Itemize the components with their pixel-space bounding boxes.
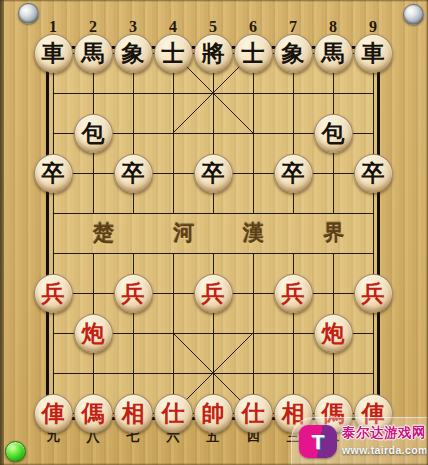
piece-炮-red[interactable]: 炮: [74, 314, 113, 353]
piece-仕-red[interactable]: 仕: [154, 394, 193, 433]
piece-glyph: 馬: [322, 41, 345, 65]
watermark-site-name: 泰尔达游戏网: [342, 424, 426, 442]
frame-edge-top: [0, 0, 428, 2]
piece-glyph: 炮: [322, 321, 345, 345]
piece-兵-red[interactable]: 兵: [194, 274, 233, 313]
piece-glyph: 包: [322, 121, 345, 145]
piece-兵-red[interactable]: 兵: [114, 274, 153, 313]
piece-glyph: 士: [242, 41, 265, 65]
piece-包-black[interactable]: 包: [314, 114, 353, 153]
piece-glyph: 馬: [82, 41, 105, 65]
tairda-logo-icon: T: [299, 425, 337, 458]
piece-glyph: 包: [82, 121, 105, 145]
piece-glyph: 車: [42, 41, 65, 65]
xiangqi-app-window: 楚 河 漢 界 123456789 九八七六五四三二一 車馬象士將士象馬車包包卒…: [0, 0, 428, 465]
piece-glyph: 仕: [242, 401, 265, 425]
frame-edge-left: [0, 0, 4, 465]
piece-馬-black[interactable]: 馬: [74, 34, 113, 73]
piece-卒-black[interactable]: 卒: [274, 154, 313, 193]
piece-glyph: 車: [362, 41, 385, 65]
piece-卒-black[interactable]: 卒: [114, 154, 153, 193]
piece-炮-red[interactable]: 炮: [314, 314, 353, 353]
piece-glyph: 炮: [82, 321, 105, 345]
piece-將-black[interactable]: 將: [194, 34, 233, 73]
piece-士-black[interactable]: 士: [234, 34, 273, 73]
piece-馬-black[interactable]: 馬: [314, 34, 353, 73]
piece-帥-red[interactable]: 帥: [194, 394, 233, 433]
piece-glyph: 兵: [122, 281, 145, 305]
piece-glyph: 兵: [362, 281, 385, 305]
piece-glyph: 傌: [82, 401, 105, 425]
piece-相-red[interactable]: 相: [114, 394, 153, 433]
piece-仕-red[interactable]: 仕: [234, 394, 273, 433]
piece-車-black[interactable]: 車: [354, 34, 393, 73]
board: 車馬象士將士象馬車包包卒卒卒卒卒兵兵兵兵兵炮炮俥傌相仕帥仕相傌俥: [33, 33, 393, 433]
piece-glyph: 兵: [282, 281, 305, 305]
watermark-url: www.tairda.com: [342, 444, 428, 456]
piece-glyph: 象: [282, 41, 305, 65]
piece-兵-red[interactable]: 兵: [274, 274, 313, 313]
piece-傌-red[interactable]: 傌: [74, 394, 113, 433]
piece-glyph: 士: [162, 41, 185, 65]
screw-icon-top-right: [403, 4, 424, 25]
piece-glyph: 卒: [42, 161, 65, 185]
piece-卒-black[interactable]: 卒: [194, 154, 233, 193]
piece-glyph: 卒: [202, 161, 225, 185]
piece-glyph: 卒: [282, 161, 305, 185]
site-watermark: T 泰尔达游戏网 www.tairda.com: [291, 417, 428, 465]
green-status-button[interactable]: [5, 441, 26, 462]
piece-卒-black[interactable]: 卒: [354, 154, 393, 193]
piece-象-black[interactable]: 象: [114, 34, 153, 73]
piece-glyph: 象: [122, 41, 145, 65]
piece-俥-red[interactable]: 俥: [34, 394, 73, 433]
piece-glyph: 帥: [202, 401, 225, 425]
piece-glyph: 卒: [362, 161, 385, 185]
piece-兵-red[interactable]: 兵: [34, 274, 73, 313]
piece-glyph: 卒: [122, 161, 145, 185]
piece-卒-black[interactable]: 卒: [34, 154, 73, 193]
piece-glyph: 兵: [202, 281, 225, 305]
piece-象-black[interactable]: 象: [274, 34, 313, 73]
piece-glyph: 將: [202, 41, 225, 65]
piece-士-black[interactable]: 士: [154, 34, 193, 73]
piece-glyph: 兵: [42, 281, 65, 305]
piece-兵-red[interactable]: 兵: [354, 274, 393, 313]
screw-icon-top-left: [18, 3, 39, 24]
piece-包-black[interactable]: 包: [74, 114, 113, 153]
tairda-logo-letter: T: [312, 431, 325, 452]
piece-glyph: 俥: [42, 401, 65, 425]
piece-glyph: 相: [122, 401, 145, 425]
piece-車-black[interactable]: 車: [34, 34, 73, 73]
piece-glyph: 仕: [162, 401, 185, 425]
